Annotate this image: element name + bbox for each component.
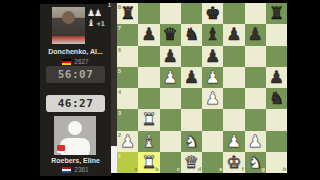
piece-white-pawn: ♟	[223, 131, 244, 152]
square-e4[interactable]: ♟	[202, 88, 223, 109]
piece-white-pawn: ♟	[117, 131, 138, 152]
piece-black-bishop: ♝	[202, 24, 223, 45]
captured-pawns: ♟♟	[87, 8, 111, 18]
piece-black-knight: ♞	[181, 24, 202, 45]
square-d4[interactable]	[181, 88, 202, 109]
square-a1[interactable]: 1a	[117, 152, 138, 173]
germany-flag-icon	[62, 59, 71, 65]
square-a7[interactable]: 7	[117, 24, 138, 45]
square-a8[interactable]: 8♜	[117, 3, 138, 24]
piece-black-pawn: ♟	[266, 67, 287, 88]
player-flair-badge	[57, 145, 65, 153]
file-label-c: c	[177, 166, 180, 172]
square-e1[interactable]: e	[202, 152, 223, 173]
square-h1[interactable]: h	[266, 152, 287, 173]
square-h6[interactable]	[266, 46, 287, 67]
square-f2[interactable]: ♟	[223, 131, 244, 152]
captured-pieces-top: ♟♟ ♝ +1	[87, 8, 111, 29]
material-advantage: +1	[96, 20, 104, 28]
rank-label-1: 1	[118, 153, 121, 159]
avatar-photo-head	[62, 11, 75, 24]
piece-black-pawn: ♟	[202, 46, 223, 67]
piece-white-knight: ♞	[181, 131, 202, 152]
piece-black-pawn: ♟	[160, 46, 181, 67]
square-b6[interactable]	[138, 46, 159, 67]
square-e3[interactable]	[202, 109, 223, 130]
square-f8[interactable]	[223, 3, 244, 24]
square-c7[interactable]: ♛	[160, 24, 181, 45]
square-a5[interactable]: 5	[117, 67, 138, 88]
file-label-a: a	[134, 166, 137, 172]
piece-white-bishop: ♝	[138, 131, 159, 152]
square-g8[interactable]	[245, 3, 266, 24]
square-c4[interactable]	[160, 88, 181, 109]
piece-black-knight: ♞	[266, 88, 287, 109]
square-d8[interactable]	[181, 3, 202, 24]
piece-black-pawn: ♟	[223, 24, 244, 45]
square-b4[interactable]	[138, 88, 159, 109]
player-rating-top: 2627	[74, 58, 88, 65]
square-a4[interactable]: 4	[117, 88, 138, 109]
square-g3[interactable]	[245, 109, 266, 130]
rank-label-3: 3	[118, 110, 121, 116]
square-b7[interactable]: ♟	[138, 24, 159, 45]
piece-white-rook: ♜	[138, 152, 159, 173]
square-g5[interactable]	[245, 67, 266, 88]
piece-white-queen: ♛	[181, 152, 202, 173]
square-h5[interactable]: ♟	[266, 67, 287, 88]
rank-label-6: 6	[118, 47, 121, 53]
square-g1[interactable]: g♞	[245, 152, 266, 173]
avatar-top-player	[52, 7, 85, 44]
piece-black-rook: ♜	[117, 3, 138, 24]
players-panel: ♟♟ ♝ +1 Donchenko, Al... 2627 56:07 46:2…	[40, 4, 111, 176]
piece-black-pawn: ♟	[181, 67, 202, 88]
player-name-bottom: Roebers, Eline	[40, 157, 111, 164]
square-d6[interactable]	[181, 46, 202, 67]
square-a3[interactable]: 3	[117, 109, 138, 130]
square-h3[interactable]	[266, 109, 287, 130]
rank-label-5: 5	[118, 68, 121, 74]
square-f3[interactable]	[223, 109, 244, 130]
player-rating-row-top: 2627	[40, 58, 111, 65]
square-c5[interactable]: ♟	[160, 67, 181, 88]
square-b8[interactable]	[138, 3, 159, 24]
netherlands-flag-icon	[62, 167, 71, 173]
rank-label-4: 4	[118, 89, 121, 95]
square-c8[interactable]	[160, 3, 181, 24]
piece-white-pawn: ♟	[160, 67, 181, 88]
square-f7[interactable]: ♟	[223, 24, 244, 45]
square-g6[interactable]	[245, 46, 266, 67]
square-f6[interactable]	[223, 46, 244, 67]
square-c2[interactable]	[160, 131, 181, 152]
piece-white-king: ♚	[223, 152, 244, 173]
piece-black-queen: ♛	[160, 24, 181, 45]
clock-bottom: 46:27	[46, 95, 105, 112]
square-e7[interactable]: ♝	[202, 24, 223, 45]
square-b5[interactable]	[138, 67, 159, 88]
square-h2[interactable]	[266, 131, 287, 152]
square-d5[interactable]: ♟	[181, 67, 202, 88]
square-d7[interactable]: ♞	[181, 24, 202, 45]
square-a6[interactable]: 6	[117, 46, 138, 67]
square-b1[interactable]: b♜	[138, 152, 159, 173]
avatar-silhouette-head	[68, 121, 82, 135]
piece-white-pawn: ♟	[245, 131, 266, 152]
square-a2[interactable]: 2♟	[117, 131, 138, 152]
square-h7[interactable]	[266, 24, 287, 45]
piece-black-pawn: ♟	[138, 24, 159, 45]
square-d3[interactable]	[181, 109, 202, 130]
square-e5[interactable]: ♟	[202, 67, 223, 88]
square-c3[interactable]	[160, 109, 181, 130]
square-c1[interactable]: c	[160, 152, 181, 173]
square-b3[interactable]: ♜	[138, 109, 159, 130]
square-g4[interactable]	[245, 88, 266, 109]
square-b2[interactable]: ♝	[138, 131, 159, 152]
square-g2[interactable]: ♟	[245, 131, 266, 152]
rank-label-7: 7	[118, 25, 121, 31]
square-e8[interactable]: ♚	[202, 3, 223, 24]
square-d1[interactable]: d♛	[181, 152, 202, 173]
square-f5[interactable]	[223, 67, 244, 88]
piece-white-knight: ♞	[245, 152, 266, 173]
square-f1[interactable]: f♚	[223, 152, 244, 173]
player-rating-bottom: 2361	[74, 166, 88, 173]
square-g7[interactable]: ♟	[245, 24, 266, 45]
broadcast-frame: ♟♟ ♝ +1 Donchenko, Al... 2627 56:07 46:2…	[0, 0, 320, 180]
piece-black-pawn: ♟	[245, 24, 266, 45]
player-name-top: Donchenko, Al...	[40, 48, 111, 55]
file-label-h: h	[283, 166, 286, 172]
piece-black-rook: ♜	[266, 3, 287, 24]
clock-top: 56:07	[46, 66, 105, 83]
square-h8[interactable]: ♜	[266, 3, 287, 24]
square-e2[interactable]	[202, 131, 223, 152]
captured-bishop: ♝ +1	[87, 18, 111, 29]
piece-white-pawn: ♟	[202, 88, 223, 109]
square-e6[interactable]: ♟	[202, 46, 223, 67]
chess-board: 8♜♚♜7♟♛♞♝♟♟6♟♟5♟♟♟♟4♟♞3♜2♟♝♞♟♟1ab♜cd♛ef♚…	[117, 3, 287, 173]
player-rating-row-bottom: 2361	[40, 166, 111, 173]
piece-white-rook: ♜	[138, 109, 159, 130]
square-h4[interactable]: ♞	[266, 88, 287, 109]
file-label-e: e	[219, 166, 222, 172]
square-d2[interactable]: ♞	[181, 131, 202, 152]
piece-black-king: ♚	[202, 3, 223, 24]
square-f4[interactable]	[223, 88, 244, 109]
square-c6[interactable]: ♟	[160, 46, 181, 67]
piece-white-pawn: ♟	[202, 67, 223, 88]
